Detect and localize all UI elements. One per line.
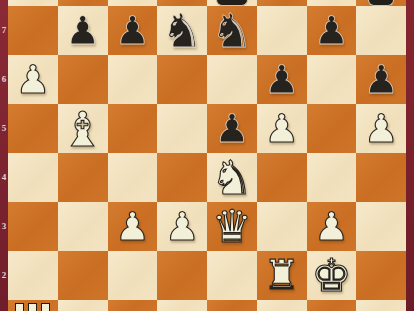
square-e7[interactable]: ♞ <box>207 6 257 55</box>
square-c7[interactable]: ♟ <box>108 6 158 55</box>
rook-battlement <box>41 303 50 311</box>
square-d3[interactable]: ♟ <box>157 202 207 251</box>
square-h1[interactable] <box>356 300 406 311</box>
black-pawn: ♟ <box>264 60 299 99</box>
square-e6[interactable] <box>207 55 257 104</box>
square-a4[interactable] <box>8 153 58 202</box>
square-h6[interactable]: ♟ <box>356 55 406 104</box>
square-g1[interactable] <box>307 300 357 311</box>
square-c4[interactable] <box>108 153 158 202</box>
square-a6[interactable]: ♟ <box>8 55 58 104</box>
square-h7[interactable] <box>356 6 406 55</box>
square-c6[interactable] <box>108 55 158 104</box>
square-c3[interactable]: ♟ <box>108 202 158 251</box>
white-pawn: ♟ <box>115 207 150 246</box>
chess-board[interactable]: ♟♟♞♞♟♟♟♟♝♟♟♟♞♟♟♛♟♜♚ <box>8 0 406 311</box>
white-pawn: ♟ <box>314 207 349 246</box>
square-b6[interactable] <box>58 55 108 104</box>
black-pawn: ♟ <box>65 11 100 50</box>
square-a3[interactable] <box>8 202 58 251</box>
chess-diagram: ♟♟♞♞♟♟♟♟♝♟♟♟♞♟♟♛♟♜♚ 765432 <box>0 0 414 311</box>
black-pawn: ♟ <box>115 11 150 50</box>
square-d2[interactable] <box>157 251 207 300</box>
square-d4[interactable] <box>157 153 207 202</box>
white-pawn: ♟ <box>165 207 200 246</box>
square-g3[interactable]: ♟ <box>307 202 357 251</box>
white-rook: ♜ <box>263 255 300 296</box>
square-g5[interactable] <box>307 104 357 153</box>
square-a7[interactable] <box>8 6 58 55</box>
square-c1[interactable] <box>108 300 158 311</box>
square-g6[interactable] <box>307 55 357 104</box>
square-d1[interactable] <box>157 300 207 311</box>
square-h4[interactable] <box>356 153 406 202</box>
board-right-border <box>406 0 414 311</box>
white-pawn: ♟ <box>264 109 299 148</box>
rook-battlement <box>28 303 37 311</box>
square-a2[interactable] <box>8 251 58 300</box>
square-d5[interactable] <box>157 104 207 153</box>
black-pawn: ♟ <box>364 60 399 99</box>
rank-label-2: 2 <box>0 270 8 281</box>
white-pawn: ♟ <box>15 60 50 99</box>
square-e3[interactable]: ♛ <box>207 202 257 251</box>
board-left-border <box>0 0 8 311</box>
square-h2[interactable] <box>356 251 406 300</box>
white-pawn: ♟ <box>364 109 399 148</box>
square-f5[interactable]: ♟ <box>257 104 307 153</box>
white-knight: ♞ <box>211 154 253 201</box>
rank-label-3: 3 <box>0 221 8 232</box>
white-queen: ♛ <box>212 204 252 249</box>
square-f3[interactable] <box>257 202 307 251</box>
square-e2[interactable] <box>207 251 257 300</box>
black-pawn: ♟ <box>214 109 249 148</box>
square-b4[interactable] <box>58 153 108 202</box>
square-h3[interactable] <box>356 202 406 251</box>
white-bishop: ♝ <box>61 105 104 153</box>
square-f7[interactable] <box>257 6 307 55</box>
rook-battlement <box>15 303 24 311</box>
square-d7[interactable]: ♞ <box>157 6 207 55</box>
square-b2[interactable] <box>58 251 108 300</box>
square-a5[interactable] <box>8 104 58 153</box>
black-knight: ♞ <box>211 7 253 54</box>
square-d6[interactable] <box>157 55 207 104</box>
cut-off-white-rook-battlements <box>15 303 50 311</box>
square-b1[interactable] <box>58 300 108 311</box>
rank-label-7: 7 <box>0 25 8 36</box>
square-f6[interactable]: ♟ <box>257 55 307 104</box>
rank-label-5: 5 <box>0 123 8 134</box>
rank-label-6: 6 <box>0 74 8 85</box>
square-h5[interactable]: ♟ <box>356 104 406 153</box>
square-g7[interactable]: ♟ <box>307 6 357 55</box>
white-king: ♚ <box>311 253 351 298</box>
square-e4[interactable]: ♞ <box>207 153 257 202</box>
square-g4[interactable] <box>307 153 357 202</box>
square-e5[interactable]: ♟ <box>207 104 257 153</box>
rank-label-4: 4 <box>0 172 8 183</box>
square-b5[interactable]: ♝ <box>58 104 108 153</box>
square-f1[interactable] <box>257 300 307 311</box>
square-g2[interactable]: ♚ <box>307 251 357 300</box>
square-e1[interactable] <box>207 300 257 311</box>
square-f4[interactable] <box>257 153 307 202</box>
square-b3[interactable] <box>58 202 108 251</box>
square-c2[interactable] <box>108 251 158 300</box>
square-f2[interactable]: ♜ <box>257 251 307 300</box>
black-pawn: ♟ <box>314 11 349 50</box>
square-b7[interactable]: ♟ <box>58 6 108 55</box>
black-knight: ♞ <box>161 7 203 54</box>
square-a1[interactable] <box>8 300 58 311</box>
square-c5[interactable] <box>108 104 158 153</box>
